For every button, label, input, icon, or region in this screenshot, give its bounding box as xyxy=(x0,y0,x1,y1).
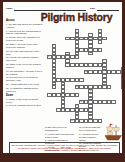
crossword-cell xyxy=(79,78,84,82)
across-header: Across xyxy=(6,19,43,22)
crossword-cell xyxy=(61,55,66,59)
clue-down-1: 1. Military leader of the Plymouth colon… xyxy=(6,98,43,104)
cell-number: 16 xyxy=(90,90,92,92)
worksheet-frame: Name Date Pilgrim History Across4. The s… xyxy=(0,0,125,162)
clue-down-5: 5. Holiday that remembers the feast of 1… xyxy=(45,133,76,139)
crossword-cell xyxy=(88,52,93,56)
clue-down-2: 2. Crop the Pilgrims learned to grow xyxy=(6,104,43,107)
crossword-cell xyxy=(84,108,89,112)
crossword-cell xyxy=(98,63,103,67)
crossword-cell xyxy=(102,37,107,41)
clue-across-13: 13. Country the Pilgrims originally came… xyxy=(6,56,43,62)
crossword-cell xyxy=(75,55,80,59)
cell-number: 9 xyxy=(103,60,104,62)
crossword-grid: 123451367108911121415161718192021 xyxy=(47,29,122,123)
clue-across-10: 10. Native American people who helped th… xyxy=(6,43,43,49)
cell-number: 17 xyxy=(48,93,50,95)
crossword-cell xyxy=(84,100,89,104)
worksheet-page: Name Date Pilgrim History Across4. The s… xyxy=(3,2,122,153)
cell-number: 18 xyxy=(80,101,82,103)
crossword-cell xyxy=(70,108,75,112)
cell-number: 20 xyxy=(57,108,59,110)
word-bank-words: BRADFORD, BREWSTER, COLONY, CORN, ENGLAN… xyxy=(11,144,117,152)
crossword-cell: 8 xyxy=(47,55,52,59)
crossword-cell xyxy=(84,37,89,41)
clue-column-left: Across4. The ship that carried the Pilgr… xyxy=(6,18,43,108)
clue-down-14: 14. Religious group seeking a simpler ch… xyxy=(79,133,102,142)
crossword-cell xyxy=(70,55,75,59)
mayflower-ship-icon xyxy=(103,123,122,141)
clue-across-21: 21. He taught the Pilgrims how to plant … xyxy=(6,87,43,93)
crossword-cell xyxy=(98,119,103,123)
clue-across-15: 15. Name of the colony the Pilgrims foun… xyxy=(6,63,43,69)
crossword-cell xyxy=(98,40,103,44)
clue-across-20: 20. Autumn gathering of the crops xyxy=(6,83,43,86)
cell-number: 6 xyxy=(80,48,81,50)
down-header: Down xyxy=(6,94,43,97)
cell-number: 21 xyxy=(71,120,73,122)
clue-down-3: 3. Bird often served at Thanksgiving xyxy=(45,126,76,132)
cell-number: 3 xyxy=(90,33,91,35)
clue-down-11: 11. Plymouth was this type of settlement xyxy=(79,126,102,132)
clue-across-4: 4. The ship that carried the Pilgrims to… xyxy=(6,23,43,29)
crossword-cell xyxy=(98,85,103,89)
cell-number: 4 xyxy=(67,37,68,39)
name-label: Name xyxy=(6,7,13,10)
crossword-cell xyxy=(116,70,121,74)
crossword-cell xyxy=(98,70,103,74)
cell-number: 5 xyxy=(53,45,54,47)
clue-across-12: 12. The leaky ship that had to turn back xyxy=(6,50,43,56)
crossword-cell xyxy=(84,119,89,123)
clue-across-8: 8. Country where the Pilgrims lived befo… xyxy=(6,36,43,42)
clue-across-6: 6. Harvest meal the Pilgrims shared with… xyxy=(6,30,43,36)
page-title: Pilgrim History xyxy=(31,11,122,23)
crossword-cell xyxy=(98,48,103,52)
crossword-cell xyxy=(107,85,112,89)
crossword-cell xyxy=(52,85,57,89)
cell-number: 8 xyxy=(48,56,49,58)
clue-across-18: 18. The governor of Plymouth for about 3… xyxy=(6,76,43,82)
cell-number: 15 xyxy=(76,86,78,88)
clue-across-17: 17. The first Native American to greet t… xyxy=(6,70,43,76)
word-bank: BRADFORD, BREWSTER, COLONY, CORN, ENGLAN… xyxy=(9,142,120,153)
cell-number: 7 xyxy=(67,52,68,54)
cell-number: 13 xyxy=(53,78,55,80)
crossword-cell xyxy=(75,93,80,97)
cell-number: 12 xyxy=(85,71,87,73)
crossword-cell xyxy=(93,37,98,41)
crossword-cell xyxy=(121,85,123,89)
crossword-cell xyxy=(70,37,75,41)
crossword-cell xyxy=(56,93,61,97)
crossword-cell xyxy=(84,48,89,52)
crossword-cell: 21 xyxy=(70,119,75,123)
cell-number: 19 xyxy=(76,105,78,107)
cell-number: 2 xyxy=(99,30,100,32)
cell-number: 10 xyxy=(67,63,69,65)
date-label: Date xyxy=(90,7,95,10)
crossword-cell xyxy=(111,100,116,104)
crossword-cell: 20 xyxy=(56,108,61,112)
cell-number: 1 xyxy=(76,30,77,32)
cell-number: 14 xyxy=(62,82,64,84)
